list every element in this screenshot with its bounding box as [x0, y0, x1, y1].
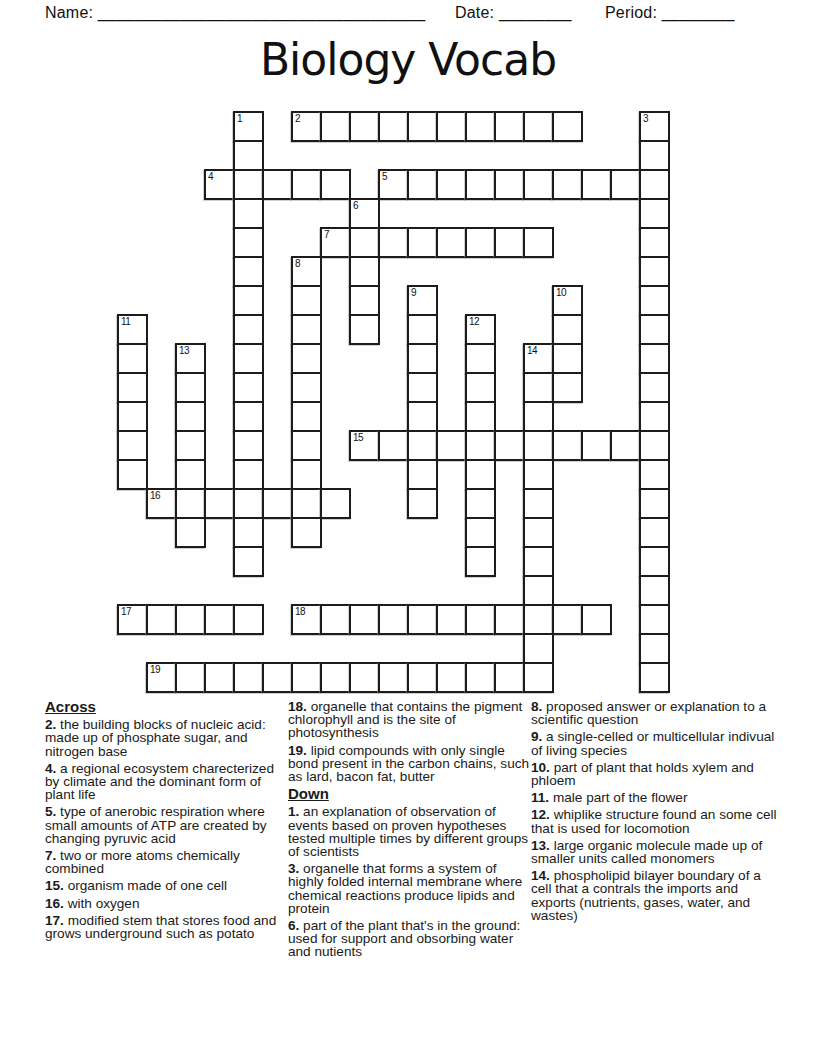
clue-item: 4. a regional ecosystem charecterized by…: [45, 762, 283, 802]
grid-cell[interactable]: 11: [117, 314, 148, 345]
clue-number: 19: [150, 664, 160, 675]
clue-item: 14. phospholipid bilayer boundary of a c…: [531, 869, 781, 922]
grid-cell[interactable]: [378, 662, 409, 693]
grid-cell[interactable]: [523, 459, 554, 490]
clue-item: 7. two or more atoms chemically combined: [45, 849, 283, 875]
grid-cell[interactable]: [407, 372, 438, 403]
grid-cell[interactable]: [552, 111, 583, 142]
grid-cell[interactable]: [465, 430, 496, 461]
grid-cell[interactable]: [639, 604, 670, 635]
clue-item-number: 5.: [45, 804, 56, 819]
worksheet-page: { "game": "crossword", "title": "Biology…: [0, 0, 816, 1056]
clue-number: 12: [469, 316, 479, 327]
grid-cell[interactable]: [233, 314, 264, 345]
grid-cell[interactable]: [291, 343, 322, 374]
grid-cell[interactable]: [291, 662, 322, 693]
grid-cell[interactable]: [465, 488, 496, 519]
clue-column-down: 8. proposed answer or explanation to a s…: [531, 700, 781, 926]
grid-cell[interactable]: [407, 227, 438, 258]
clue-item: 13. large organic molecule made up of sm…: [531, 839, 781, 865]
clue-number: 10: [556, 287, 566, 298]
grid-cell[interactable]: [523, 546, 554, 577]
clue-number: 17: [121, 606, 131, 617]
grid-cell[interactable]: [204, 488, 235, 519]
clue-item-number: 8.: [531, 699, 542, 714]
grid-cell[interactable]: [407, 314, 438, 345]
grid-cell[interactable]: [523, 169, 554, 200]
grid-cell[interactable]: [175, 430, 206, 461]
clue-number: 6: [353, 200, 358, 211]
grid-cell[interactable]: [291, 430, 322, 461]
clue-number: 13: [179, 345, 189, 356]
clue-number: 2: [295, 113, 300, 124]
grid-cell[interactable]: [117, 372, 148, 403]
grid-cell[interactable]: [639, 314, 670, 345]
grid-cell[interactable]: [639, 459, 670, 490]
clue-item: 17. modified stem that stores food and g…: [45, 914, 283, 940]
grid-cell[interactable]: [349, 662, 380, 693]
grid-cell[interactable]: [639, 198, 670, 229]
grid-cell[interactable]: [378, 430, 409, 461]
grid-cell[interactable]: [494, 604, 525, 635]
grid-cell[interactable]: [117, 343, 148, 374]
grid-cell[interactable]: 19: [146, 662, 177, 693]
grid-cell[interactable]: [523, 633, 554, 664]
grid-cell[interactable]: [465, 227, 496, 258]
grid-cell[interactable]: [291, 459, 322, 490]
clue-column-middle: 18. organelle that contains the pigment …: [288, 700, 531, 963]
clue-item: 18. organelle that contains the pigment …: [288, 700, 531, 740]
grid-cell[interactable]: [494, 111, 525, 142]
clue-item: 5. type of anerobic respiration where sm…: [45, 805, 283, 845]
clue-number: 15: [353, 432, 363, 443]
grid-cell[interactable]: [204, 604, 235, 635]
clue-number: 4: [208, 171, 213, 182]
grid-cell[interactable]: [233, 198, 264, 229]
clue-item: 8. proposed answer or explanation to a s…: [531, 700, 781, 726]
grid-cell[interactable]: [639, 227, 670, 258]
grid-cell[interactable]: [436, 430, 467, 461]
grid-cell[interactable]: [494, 169, 525, 200]
grid-cell[interactable]: 6: [349, 198, 380, 229]
clue-section-header: Across: [45, 700, 283, 713]
grid-cell[interactable]: [349, 111, 380, 142]
grid-cell[interactable]: [291, 372, 322, 403]
clue-item-number: 6.: [288, 918, 299, 933]
grid-cell[interactable]: 17: [117, 604, 148, 635]
clue-item-number: 2.: [45, 717, 56, 732]
grid-cell[interactable]: [523, 430, 554, 461]
grid-cell[interactable]: [233, 372, 264, 403]
grid-cell[interactable]: [465, 459, 496, 490]
grid-cell[interactable]: [523, 662, 554, 693]
grid-cell[interactable]: [639, 575, 670, 606]
name-field[interactable]: Name: __________________________________…: [45, 4, 425, 22]
clue-item-number: 17.: [45, 913, 64, 928]
grid-cell[interactable]: [552, 372, 583, 403]
grid-cell[interactable]: [639, 140, 670, 171]
grid-cell[interactable]: [175, 372, 206, 403]
grid-cell[interactable]: [320, 662, 351, 693]
clue-item-number: 15.: [45, 878, 64, 893]
grid-cell[interactable]: [639, 256, 670, 287]
grid-cell[interactable]: [407, 662, 438, 693]
grid-cell[interactable]: 9: [407, 285, 438, 316]
clue-item-number: 19.: [288, 743, 307, 758]
grid-cell[interactable]: 1: [233, 111, 264, 142]
clue-item-number: 1.: [288, 804, 299, 819]
grid-cell[interactable]: [291, 401, 322, 432]
grid-cell[interactable]: [639, 633, 670, 664]
clue-item: 2. the building blocks of nucleic acid: …: [45, 718, 283, 758]
grid-cell[interactable]: [291, 488, 322, 519]
clue-item: 6. part of the plant that's in the groun…: [288, 919, 531, 959]
grid-cell[interactable]: [639, 372, 670, 403]
grid-cell[interactable]: [465, 343, 496, 374]
clue-item-number: 11.: [531, 790, 549, 805]
grid-cell[interactable]: [552, 314, 583, 345]
grid-cell[interactable]: [407, 111, 438, 142]
clue-item-number: 13.: [531, 838, 550, 853]
grid-cell[interactable]: [407, 169, 438, 200]
clue-item: 10. part of plant that holds xylem and p…: [531, 761, 781, 787]
grid-cell[interactable]: [262, 662, 293, 693]
clue-section-header: Down: [288, 787, 531, 800]
grid-cell[interactable]: 14: [523, 343, 554, 374]
grid-cell[interactable]: [291, 314, 322, 345]
grid-cell[interactable]: 18: [291, 604, 322, 635]
clue-item: 15. organism made of one cell: [45, 879, 283, 892]
grid-cell[interactable]: [610, 169, 641, 200]
grid-cell[interactable]: [378, 227, 409, 258]
grid-cell[interactable]: [523, 575, 554, 606]
clue-number: 11: [121, 316, 130, 327]
grid-cell[interactable]: [233, 517, 264, 548]
grid-cell[interactable]: [175, 488, 206, 519]
grid-cell[interactable]: [233, 488, 264, 519]
grid-cell[interactable]: [465, 604, 496, 635]
grid-cell[interactable]: [465, 169, 496, 200]
grid-cell[interactable]: [233, 459, 264, 490]
grid-cell[interactable]: [552, 430, 583, 461]
grid-cell[interactable]: [233, 343, 264, 374]
crossword-grid: 12345678910111213141516171819: [117, 111, 670, 693]
grid-cell[interactable]: 15: [349, 430, 380, 461]
grid-cell[interactable]: [465, 517, 496, 548]
grid-cell[interactable]: [320, 604, 351, 635]
clue-item-number: 16.: [45, 896, 64, 911]
grid-cell[interactable]: [523, 488, 554, 519]
grid-cell[interactable]: [349, 314, 380, 345]
grid-cell[interactable]: 13: [175, 343, 206, 374]
grid-cell[interactable]: [233, 401, 264, 432]
grid-cell[interactable]: [175, 459, 206, 490]
grid-cell[interactable]: [175, 517, 206, 548]
grid-cell[interactable]: [639, 546, 670, 577]
grid-cell[interactable]: [523, 111, 554, 142]
clue-item-number: 9.: [531, 729, 542, 744]
grid-cell[interactable]: [523, 517, 554, 548]
grid-cell[interactable]: 4: [204, 169, 235, 200]
grid-cell[interactable]: [349, 227, 380, 258]
grid-cell[interactable]: [494, 227, 525, 258]
grid-cell[interactable]: [494, 662, 525, 693]
grid-cell[interactable]: [291, 285, 322, 316]
grid-cell[interactable]: [581, 430, 612, 461]
grid-cell[interactable]: [204, 662, 235, 693]
clue-item: 3. organelle that forms a system of high…: [288, 862, 531, 915]
grid-cell[interactable]: [465, 372, 496, 403]
clue-number: 18: [295, 606, 305, 617]
grid-cell[interactable]: [378, 604, 409, 635]
clue-number: 8: [295, 258, 300, 269]
grid-cell[interactable]: [175, 401, 206, 432]
grid-cell[interactable]: [233, 140, 264, 171]
clue-item: 19. lipid compounds with only single bon…: [288, 744, 531, 784]
clue-number: 9: [411, 287, 416, 298]
grid-cell[interactable]: [320, 488, 351, 519]
grid-cell[interactable]: [436, 111, 467, 142]
grid-cell[interactable]: 10: [552, 285, 583, 316]
clue-item: 9. a single-celled or multicellular indi…: [531, 730, 781, 756]
clue-item: 12. whiplike structure found an some cel…: [531, 808, 781, 834]
clue-number: 1: [237, 113, 242, 124]
grid-cell[interactable]: [233, 662, 264, 693]
grid-cell[interactable]: [407, 401, 438, 432]
grid-cell[interactable]: [465, 111, 496, 142]
grid-cell[interactable]: 3: [639, 111, 670, 142]
clue-number: 14: [527, 345, 537, 356]
grid-cell[interactable]: [523, 604, 554, 635]
clue-item-number: 14.: [531, 868, 550, 883]
grid-cell[interactable]: [639, 517, 670, 548]
grid-cell[interactable]: [639, 430, 670, 461]
clue-item-number: 3.: [288, 861, 299, 876]
grid-cell[interactable]: [436, 227, 467, 258]
period-field[interactable]: Period: ________: [605, 4, 735, 22]
grid-cell[interactable]: 2: [291, 111, 322, 142]
clue-column-across: Across2. the building blocks of nucleic …: [45, 700, 283, 944]
clue-number: 16: [150, 490, 160, 501]
grid-cell[interactable]: [175, 604, 206, 635]
date-field[interactable]: Date: ________: [455, 4, 572, 22]
clue-number: 5: [382, 171, 387, 182]
clue-item-number: 18.: [288, 699, 307, 714]
grid-cell[interactable]: [291, 169, 322, 200]
clue-item-number: 12.: [531, 807, 550, 822]
grid-cell[interactable]: [465, 401, 496, 432]
grid-cell[interactable]: [436, 604, 467, 635]
grid-cell[interactable]: [262, 169, 293, 200]
grid-cell[interactable]: [436, 169, 467, 200]
grid-cell[interactable]: [581, 169, 612, 200]
grid-cell[interactable]: [407, 430, 438, 461]
grid-cell[interactable]: [233, 169, 264, 200]
grid-cell[interactable]: [320, 111, 351, 142]
grid-cell[interactable]: [639, 662, 670, 693]
grid-cell[interactable]: 7: [320, 227, 351, 258]
grid-cell[interactable]: 8: [291, 256, 322, 287]
grid-cell[interactable]: [639, 169, 670, 200]
clue-item: 1. an explanation of observation of even…: [288, 805, 531, 858]
grid-cell[interactable]: 12: [465, 314, 496, 345]
page-title: Biology Vocab: [0, 34, 816, 85]
grid-cell[interactable]: [407, 604, 438, 635]
grid-cell[interactable]: [349, 285, 380, 316]
grid-cell[interactable]: [233, 430, 264, 461]
grid-cell[interactable]: [146, 604, 177, 635]
grid-cell[interactable]: [349, 604, 380, 635]
grid-cell[interactable]: [465, 546, 496, 577]
grid-cell[interactable]: [610, 430, 641, 461]
clue-item-number: 4.: [45, 761, 56, 776]
grid-cell[interactable]: [175, 662, 206, 693]
grid-cell[interactable]: [407, 459, 438, 490]
clue-number: 3: [643, 113, 648, 124]
clue-item: 16. with oxygen: [45, 897, 283, 910]
grid-cell[interactable]: [117, 401, 148, 432]
grid-cell[interactable]: [523, 372, 554, 403]
grid-cell[interactable]: [552, 169, 583, 200]
grid-cell[interactable]: [523, 227, 554, 258]
grid-cell[interactable]: [639, 401, 670, 432]
grid-cell[interactable]: [117, 430, 148, 461]
grid-cell[interactable]: [639, 488, 670, 519]
clue-number: 7: [324, 229, 329, 240]
grid-cell[interactable]: [581, 604, 612, 635]
grid-cell[interactable]: [407, 343, 438, 374]
grid-cell[interactable]: [407, 488, 438, 519]
grid-cell[interactable]: [639, 285, 670, 316]
grid-cell[interactable]: [436, 662, 467, 693]
grid-cell[interactable]: [233, 546, 264, 577]
grid-cell[interactable]: [523, 401, 554, 432]
grid-cell[interactable]: [291, 517, 322, 548]
grid-cell[interactable]: [262, 488, 293, 519]
grid-cell[interactable]: [233, 227, 264, 258]
grid-cell[interactable]: [233, 285, 264, 316]
clue-item-number: 7.: [45, 848, 56, 863]
clue-item-number: 10.: [531, 760, 550, 775]
grid-cell[interactable]: [117, 459, 148, 490]
grid-cell[interactable]: 16: [146, 488, 177, 519]
grid-cell[interactable]: [494, 430, 525, 461]
grid-cell[interactable]: 5: [378, 169, 409, 200]
grid-cell[interactable]: [233, 604, 264, 635]
clue-item: 11. male part of the flower: [531, 791, 781, 804]
grid-cell[interactable]: [378, 111, 409, 142]
grid-cell[interactable]: [552, 604, 583, 635]
grid-cell[interactable]: [639, 343, 670, 374]
grid-cell[interactable]: [320, 169, 351, 200]
grid-cell[interactable]: [465, 662, 496, 693]
grid-cell[interactable]: [349, 256, 380, 287]
grid-cell[interactable]: [552, 343, 583, 374]
grid-cell[interactable]: [233, 256, 264, 287]
